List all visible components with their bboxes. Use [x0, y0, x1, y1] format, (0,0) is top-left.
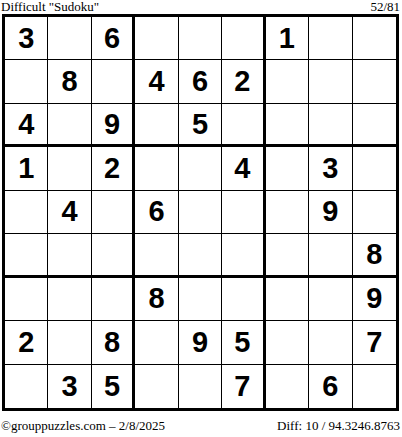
cell-r8c4[interactable] — [135, 321, 178, 364]
cell-r2c9[interactable] — [353, 60, 396, 103]
cell-r7c1[interactable] — [5, 278, 48, 321]
cell-r1c4[interactable] — [135, 17, 178, 60]
cell-r6c6[interactable] — [222, 234, 265, 277]
cell-r8c6[interactable]: 5 — [222, 321, 265, 364]
cell-r8c5[interactable]: 9 — [179, 321, 222, 364]
copyright-text: ©grouppuzzles.com – 2/8/2025 — [1, 418, 165, 433]
cell-r2c7[interactable] — [266, 60, 309, 103]
cell-r4c1[interactable]: 1 — [5, 147, 48, 190]
cell-r3c4[interactable] — [135, 104, 178, 147]
cell-r5c4[interactable]: 6 — [135, 191, 178, 234]
cell-r2c8[interactable] — [309, 60, 352, 103]
cell-r1c7[interactable]: 1 — [266, 17, 309, 60]
cell-r9c9[interactable] — [353, 365, 396, 408]
cell-r6c9[interactable]: 8 — [353, 234, 396, 277]
cell-r7c2[interactable] — [48, 278, 91, 321]
cell-r7c7[interactable] — [266, 278, 309, 321]
cell-r1c8[interactable] — [309, 17, 352, 60]
cell-r1c3[interactable]: 6 — [92, 17, 135, 60]
cell-counter: 52/81 — [370, 0, 400, 13]
cell-r8c2[interactable] — [48, 321, 91, 364]
cell-r7c9[interactable]: 9 — [353, 278, 396, 321]
sudoku-page: Difficult "Sudoku" 52/81 361846249512434… — [0, 0, 402, 437]
cell-r8c3[interactable]: 8 — [92, 321, 135, 364]
cell-r9c1[interactable] — [5, 365, 48, 408]
cell-r8c7[interactable] — [266, 321, 309, 364]
cell-r6c2[interactable] — [48, 234, 91, 277]
sudoku-board: 36184624951243469889289573576 — [2, 14, 399, 411]
cell-r5c8[interactable]: 9 — [309, 191, 352, 234]
header: Difficult "Sudoku" 52/81 — [1, 0, 400, 14]
cell-r9c3[interactable]: 5 — [92, 365, 135, 408]
footer: ©grouppuzzles.com – 2/8/2025 Diff: 10 / … — [1, 418, 400, 433]
cell-r6c8[interactable] — [309, 234, 352, 277]
cell-r6c1[interactable] — [5, 234, 48, 277]
cell-r3c5[interactable]: 5 — [179, 104, 222, 147]
cell-r3c2[interactable] — [48, 104, 91, 147]
cell-r5c7[interactable] — [266, 191, 309, 234]
cell-r6c7[interactable] — [266, 234, 309, 277]
cell-r2c6[interactable]: 2 — [222, 60, 265, 103]
cell-r7c4[interactable]: 8 — [135, 278, 178, 321]
cell-r5c6[interactable] — [222, 191, 265, 234]
cell-r4c6[interactable]: 4 — [222, 147, 265, 190]
cell-r2c5[interactable]: 6 — [179, 60, 222, 103]
cell-r8c1[interactable]: 2 — [5, 321, 48, 364]
cell-r6c3[interactable] — [92, 234, 135, 277]
cell-r4c2[interactable] — [48, 147, 91, 190]
cell-r2c3[interactable] — [92, 60, 135, 103]
cell-r9c7[interactable] — [266, 365, 309, 408]
cell-r5c3[interactable] — [92, 191, 135, 234]
cell-r7c3[interactable] — [92, 278, 135, 321]
cell-r1c9[interactable] — [353, 17, 396, 60]
cell-r4c8[interactable]: 3 — [309, 147, 352, 190]
cell-r9c2[interactable]: 3 — [48, 365, 91, 408]
cell-r4c5[interactable] — [179, 147, 222, 190]
cell-r9c6[interactable]: 7 — [222, 365, 265, 408]
puzzle-title: Difficult "Sudoku" — [1, 0, 99, 13]
cell-r9c8[interactable]: 6 — [309, 365, 352, 408]
cell-r3c1[interactable]: 4 — [5, 104, 48, 147]
cell-r3c3[interactable]: 9 — [92, 104, 135, 147]
cell-r6c4[interactable] — [135, 234, 178, 277]
cell-r4c3[interactable]: 2 — [92, 147, 135, 190]
cell-r3c7[interactable] — [266, 104, 309, 147]
cell-r9c4[interactable] — [135, 365, 178, 408]
cell-r5c2[interactable]: 4 — [48, 191, 91, 234]
cell-r3c8[interactable] — [309, 104, 352, 147]
cell-r3c9[interactable] — [353, 104, 396, 147]
cell-r2c4[interactable]: 4 — [135, 60, 178, 103]
cell-r8c8[interactable] — [309, 321, 352, 364]
cell-r4c9[interactable] — [353, 147, 396, 190]
cell-r5c5[interactable] — [179, 191, 222, 234]
cell-r2c1[interactable] — [5, 60, 48, 103]
cell-r1c5[interactable] — [179, 17, 222, 60]
cell-r5c1[interactable] — [5, 191, 48, 234]
cell-r5c9[interactable] — [353, 191, 396, 234]
cell-r8c9[interactable]: 7 — [353, 321, 396, 364]
cell-r3c6[interactable] — [222, 104, 265, 147]
cell-r1c2[interactable] — [48, 17, 91, 60]
cell-r6c5[interactable] — [179, 234, 222, 277]
cell-r4c7[interactable] — [266, 147, 309, 190]
cell-r7c8[interactable] — [309, 278, 352, 321]
difficulty-text: Diff: 10 / 94.3246.8763 — [277, 418, 400, 433]
cell-r9c5[interactable] — [179, 365, 222, 408]
cell-r1c1[interactable]: 3 — [5, 17, 48, 60]
cell-r7c5[interactable] — [179, 278, 222, 321]
cell-r2c2[interactable]: 8 — [48, 60, 91, 103]
cell-r1c6[interactable] — [222, 17, 265, 60]
cell-r7c6[interactable] — [222, 278, 265, 321]
cell-r4c4[interactable] — [135, 147, 178, 190]
